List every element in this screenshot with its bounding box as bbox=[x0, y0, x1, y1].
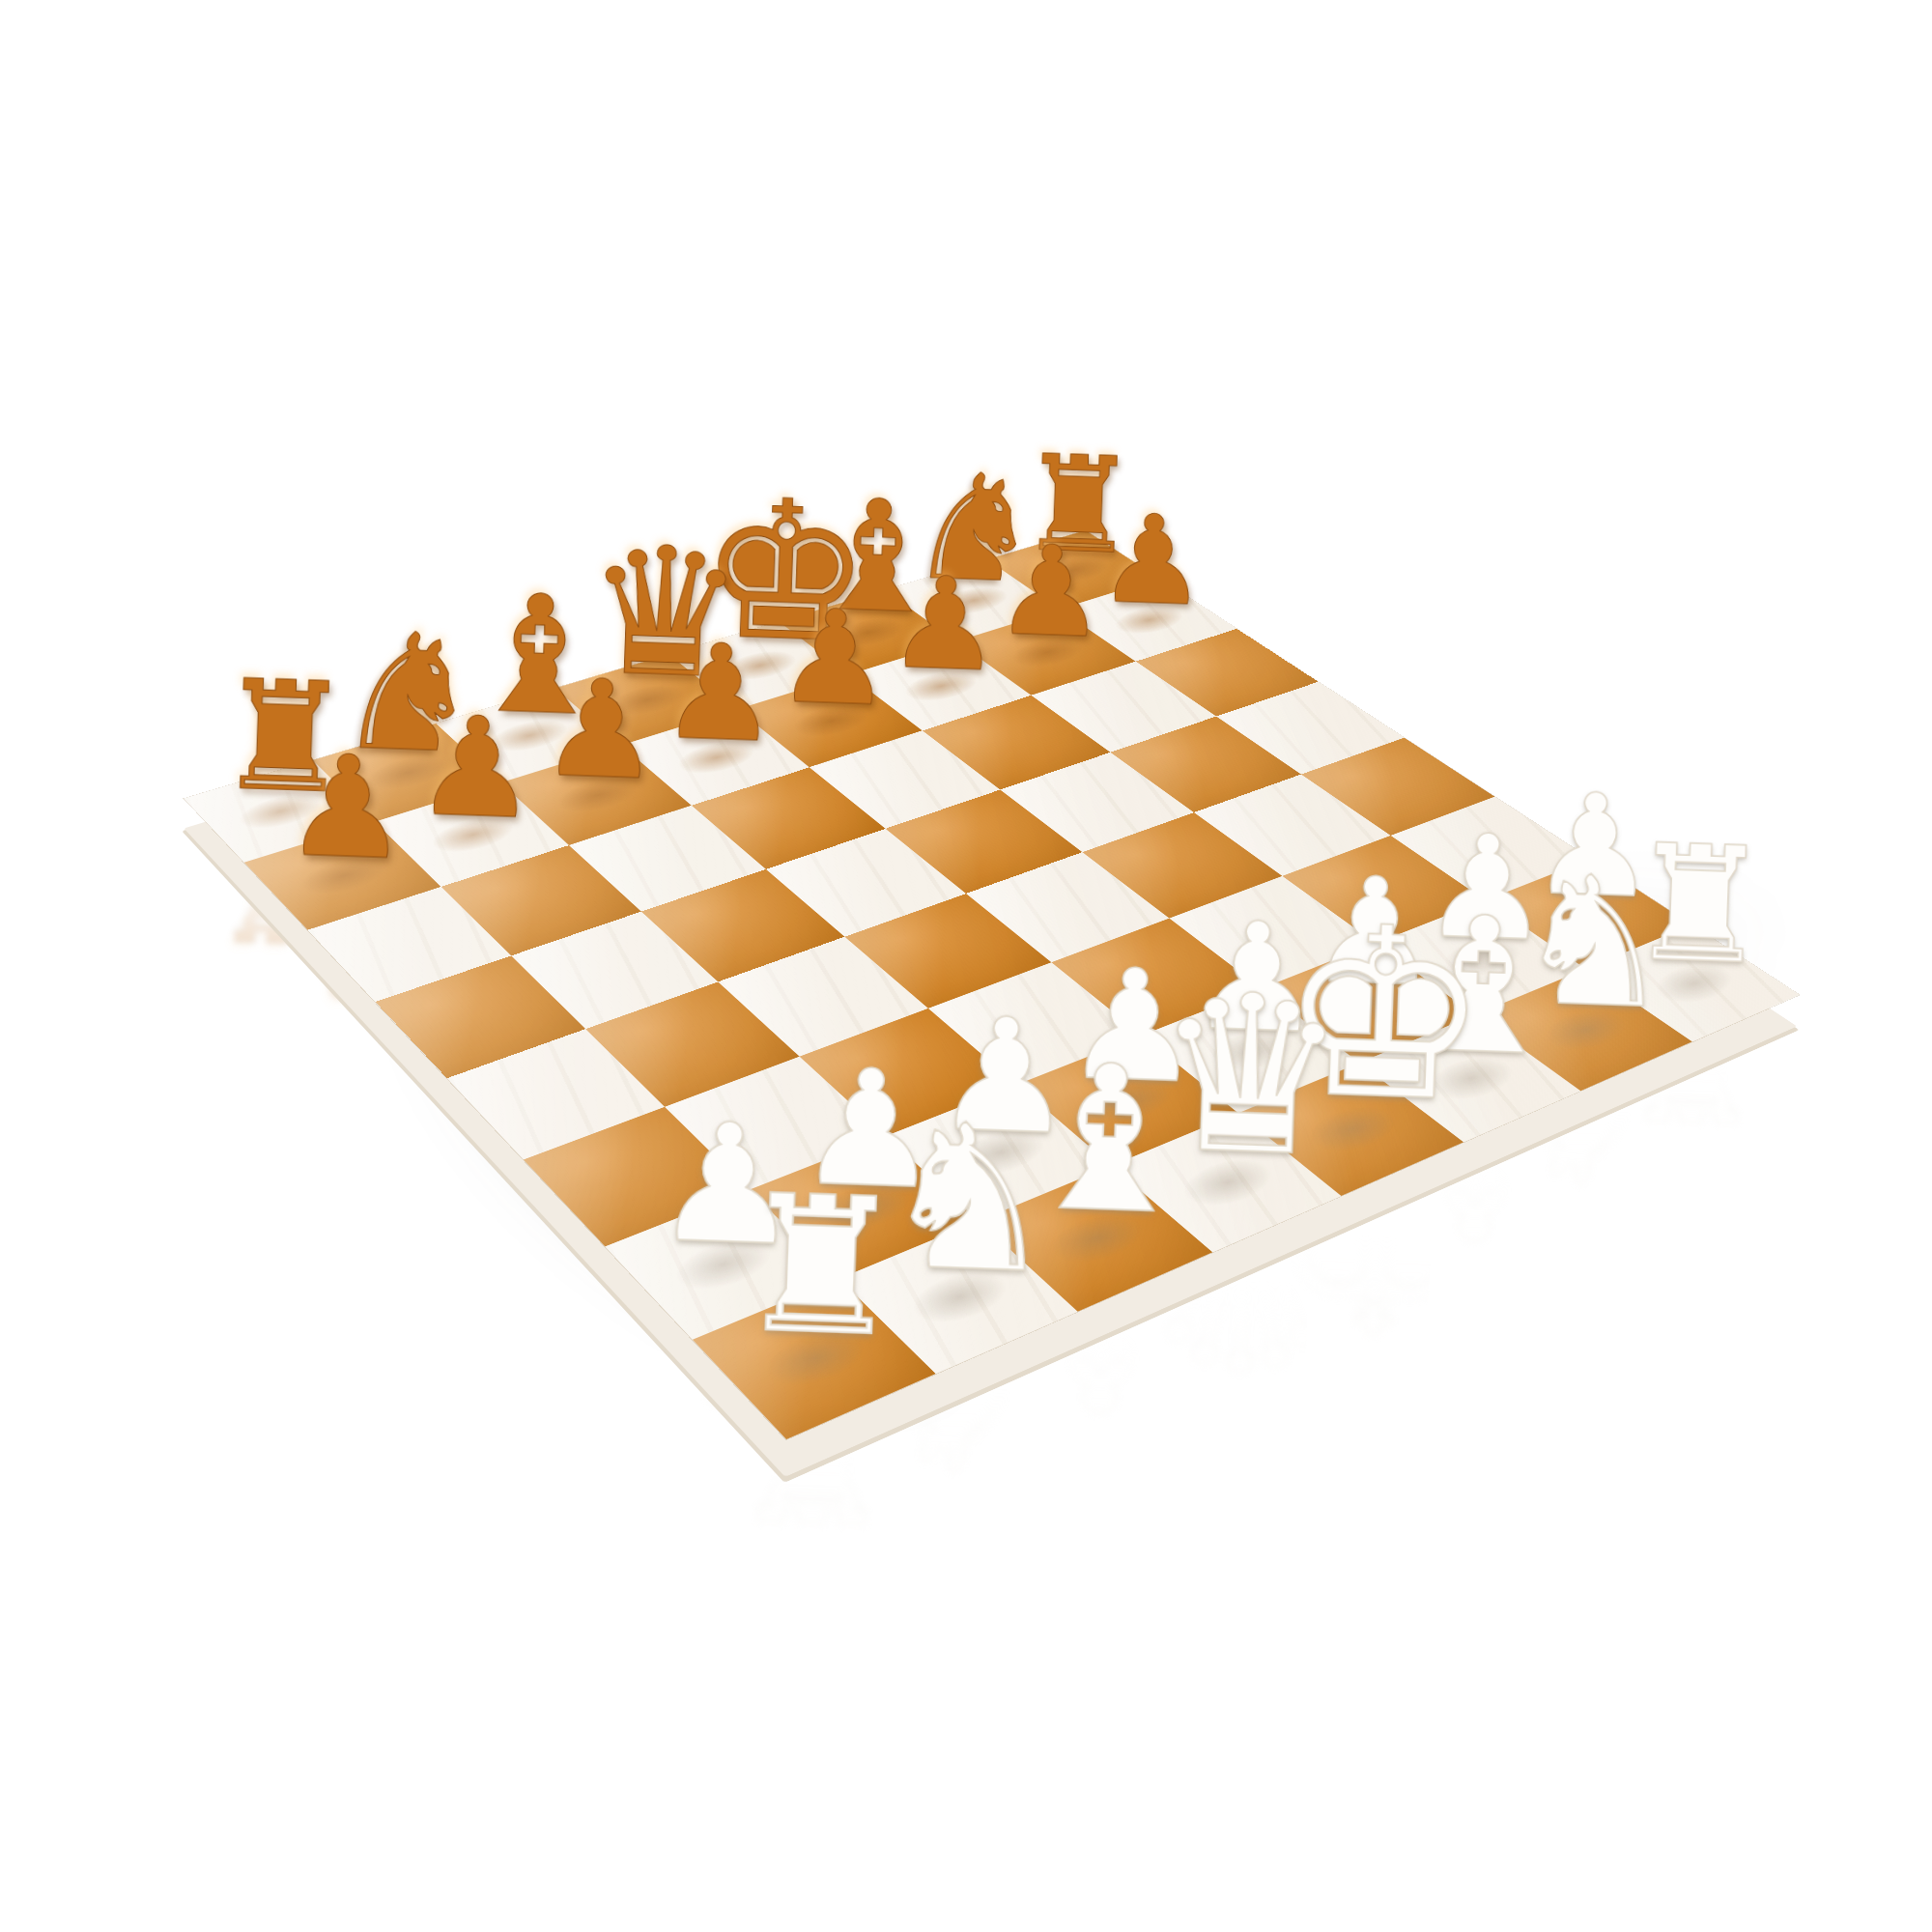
amber-pawn[interactable]: ♟ bbox=[765, 590, 903, 724]
amber-pawn[interactable]: ♟ bbox=[403, 696, 550, 838]
amber-knight[interactable]: ♞ bbox=[912, 453, 1042, 604]
piece-shadow bbox=[1087, 594, 1211, 647]
square-g8[interactable]: ♞ bbox=[885, 559, 1060, 641]
square-g7[interactable]: ♟ bbox=[956, 610, 1136, 696]
square-e5[interactable] bbox=[886, 790, 1083, 894]
piece-shadow bbox=[806, 606, 932, 660]
piece-shadow bbox=[696, 638, 825, 694]
amber-queen[interactable]: ♛ bbox=[582, 522, 721, 703]
square-f6[interactable] bbox=[923, 696, 1111, 790]
amber-pawn[interactable]: ♟ bbox=[649, 624, 790, 761]
amber-pawn[interactable]: ♟ bbox=[529, 660, 673, 799]
square-f8[interactable]: ♝ bbox=[779, 590, 955, 675]
product-photo: ♜♞♝♛♚♝♞♜♟♟♟♟♟♟♟♟♟♟♟♟♟♟♟♟♜♞♝♛♚♝♞♜ bbox=[0, 0, 1932, 1932]
amber-bishop[interactable]: ♝ bbox=[806, 478, 939, 636]
piece-shadow bbox=[463, 705, 597, 766]
square-f7[interactable]: ♟ bbox=[849, 641, 1032, 730]
square-f5[interactable] bbox=[1000, 753, 1194, 852]
piece-shadow bbox=[528, 763, 667, 828]
amber-pawn[interactable]: ♟ bbox=[877, 558, 1012, 690]
square-c6[interactable] bbox=[569, 806, 766, 912]
white-rook[interactable]: ♜ bbox=[729, 1170, 912, 1364]
square-c7[interactable]: ♟ bbox=[500, 746, 692, 846]
piece-shadow bbox=[1013, 545, 1135, 596]
amber-pawn[interactable]: ♟ bbox=[272, 734, 422, 880]
square-h6[interactable] bbox=[1136, 629, 1319, 717]
chessboard: ♜♞♝♛♚♝♞♜♟♟♟♟♟♟♟♟♟♟♟♟♟♟♟♟♜♞♝♛♚♝♞♜ bbox=[185, 530, 1800, 1439]
square-e7[interactable]: ♟ bbox=[737, 674, 923, 767]
piece-shadow bbox=[402, 802, 543, 868]
square-h7[interactable]: ♟ bbox=[1060, 579, 1236, 662]
piece-shadow bbox=[582, 671, 713, 730]
square-a7[interactable]: ♟ bbox=[244, 822, 441, 930]
square-g5[interactable] bbox=[1110, 717, 1300, 812]
square-e6[interactable] bbox=[810, 730, 1001, 828]
board-grid: ♜♞♝♛♚♝♞♜♟♟♟♟♟♟♟♟♟♟♟♟♟♟♟♟♜♞♝♛♚♝♞♜ bbox=[185, 530, 1800, 1439]
square-e8[interactable]: ♚ bbox=[669, 621, 849, 709]
square-h8[interactable]: ♜ bbox=[987, 530, 1159, 610]
square-d6[interactable] bbox=[692, 767, 886, 868]
piece-shadow bbox=[876, 658, 1006, 715]
piece-shadow bbox=[649, 727, 784, 789]
piece-shadow bbox=[983, 625, 1110, 680]
amber-pawn[interactable]: ♟ bbox=[1088, 497, 1218, 623]
square-d8[interactable]: ♛ bbox=[554, 654, 737, 745]
amber-pawn[interactable]: ♟ bbox=[984, 526, 1118, 656]
amber-king[interactable]: ♚ bbox=[696, 473, 834, 669]
piece-shadow bbox=[911, 575, 1035, 627]
square-h5[interactable] bbox=[1216, 682, 1404, 775]
piece-shadow bbox=[765, 692, 897, 752]
square-g6[interactable] bbox=[1032, 662, 1217, 753]
square-d7[interactable]: ♟ bbox=[621, 709, 810, 806]
square-c8[interactable]: ♝ bbox=[436, 688, 621, 782]
chessboard-scene: ♜♞♝♛♚♝♞♜♟♟♟♟♟♟♟♟♟♟♟♟♟♟♟♟♜♞♝♛♚♝♞♜ bbox=[0, 0, 1932, 1932]
amber-rook[interactable]: ♜ bbox=[1014, 438, 1142, 574]
amber-bishop[interactable]: ♝ bbox=[464, 572, 605, 739]
